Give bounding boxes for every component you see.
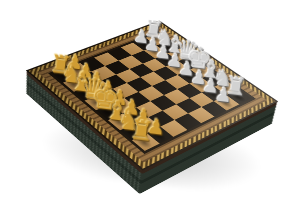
product-photo-scene: ♜♞♝♛♚♝♞♜♟♟♟♟♟♟♟♟♟♟♟♟♟♟♟♟♜♞♝♛♚♝♞♜ (0, 0, 290, 197)
chess-piece-silver-pawn: ♟ (214, 84, 234, 105)
chess-piece-gold-rook: ♜ (128, 117, 155, 146)
